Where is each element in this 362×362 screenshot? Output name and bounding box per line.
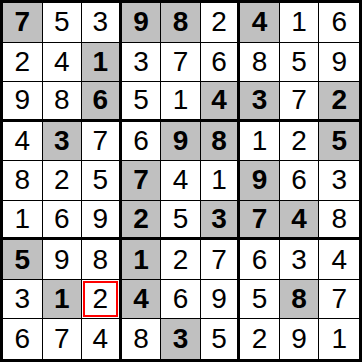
cell-r3c7[interactable]: 3 (240, 82, 280, 122)
cell-r6c1[interactable]: 1 (3, 201, 43, 241)
cell-r1c4[interactable]: 9 (122, 3, 162, 43)
cell-r5c5[interactable]: 4 (161, 161, 201, 201)
cell-r7c6[interactable]: 7 (201, 240, 241, 280)
cell-r9c8[interactable]: 9 (280, 319, 320, 359)
cell-r8c2[interactable]: 1 (43, 280, 83, 320)
cell-r3c5[interactable]: 1 (161, 82, 201, 122)
cell-r4c5[interactable]: 9 (161, 122, 201, 162)
cell-r7c7[interactable]: 6 (240, 240, 280, 280)
cell-r6c2[interactable]: 6 (43, 201, 83, 241)
cell-r8c1[interactable]: 3 (3, 280, 43, 320)
cell-r1c2[interactable]: 5 (43, 3, 83, 43)
cell-r8c5[interactable]: 6 (161, 280, 201, 320)
cell-r9c1[interactable]: 6 (3, 319, 43, 359)
cell-r4c1[interactable]: 4 (3, 122, 43, 162)
cell-r6c5[interactable]: 5 (161, 201, 201, 241)
cell-r2c4[interactable]: 3 (122, 43, 162, 83)
cell-r6c9[interactable]: 8 (319, 201, 359, 241)
cell-r1c3[interactable]: 3 (82, 3, 122, 43)
cell-r3c1[interactable]: 9 (3, 82, 43, 122)
cell-r7c9[interactable]: 4 (319, 240, 359, 280)
cell-r5c4[interactable]: 7 (122, 161, 162, 201)
cell-r3c3[interactable]: 6 (82, 82, 122, 122)
cell-r2c5[interactable]: 7 (161, 43, 201, 83)
cell-r2c1[interactable]: 2 (3, 43, 43, 83)
cell-r9c6[interactable]: 5 (201, 319, 241, 359)
cell-r6c6[interactable]: 3 (201, 201, 241, 241)
cell-r4c4[interactable]: 6 (122, 122, 162, 162)
cell-r2c6[interactable]: 6 (201, 43, 241, 83)
cell-r9c9[interactable]: 1 (319, 319, 359, 359)
cell-r4c3[interactable]: 7 (82, 122, 122, 162)
cell-r9c5[interactable]: 3 (161, 319, 201, 359)
cell-r2c3[interactable]: 1 (82, 43, 122, 83)
cell-r3c9[interactable]: 2 (319, 82, 359, 122)
cell-r2c8[interactable]: 5 (280, 43, 320, 83)
cell-r7c4[interactable]: 1 (122, 240, 162, 280)
cell-r1c5[interactable]: 8 (161, 3, 201, 43)
cell-r6c4[interactable]: 2 (122, 201, 162, 241)
cell-r8c8[interactable]: 8 (280, 280, 320, 320)
cell-r8c9[interactable]: 7 (319, 280, 359, 320)
cell-r8c7[interactable]: 5 (240, 280, 280, 320)
cell-r5c9[interactable]: 3 (319, 161, 359, 201)
cell-r1c1[interactable]: 7 (3, 3, 43, 43)
cell-r1c8[interactable]: 1 (280, 3, 320, 43)
cell-r6c8[interactable]: 4 (280, 201, 320, 241)
cell-r4c2[interactable]: 3 (43, 122, 83, 162)
cell-r8c6[interactable]: 9 (201, 280, 241, 320)
cell-r1c7[interactable]: 4 (240, 3, 280, 43)
cell-r8c4[interactable]: 4 (122, 280, 162, 320)
cell-r9c4[interactable]: 8 (122, 319, 162, 359)
cell-r7c1[interactable]: 5 (3, 240, 43, 280)
cell-r9c2[interactable]: 7 (43, 319, 83, 359)
cell-r4c9[interactable]: 5 (319, 122, 359, 162)
cell-r5c6[interactable]: 1 (201, 161, 241, 201)
cell-r1c6[interactable]: 2 (201, 3, 241, 43)
cell-r1c9[interactable]: 6 (319, 3, 359, 43)
cell-r7c2[interactable]: 9 (43, 240, 83, 280)
cell-r9c7[interactable]: 2 (240, 319, 280, 359)
cell-r3c8[interactable]: 7 (280, 82, 320, 122)
cell-r9c3[interactable]: 4 (82, 319, 122, 359)
cell-r3c6[interactable]: 4 (201, 82, 241, 122)
cell-r7c5[interactable]: 2 (161, 240, 201, 280)
cell-r6c3[interactable]: 9 (82, 201, 122, 241)
cell-r4c6[interactable]: 8 (201, 122, 241, 162)
cell-r5c3[interactable]: 5 (82, 161, 122, 201)
cell-r4c7[interactable]: 1 (240, 122, 280, 162)
cell-r4c8[interactable]: 2 (280, 122, 320, 162)
cell-r8c3[interactable]: 2 (82, 280, 122, 320)
cell-r7c3[interactable]: 8 (82, 240, 122, 280)
cell-r5c7[interactable]: 9 (240, 161, 280, 201)
cell-r5c2[interactable]: 2 (43, 161, 83, 201)
cell-r2c7[interactable]: 8 (240, 43, 280, 83)
cell-r2c2[interactable]: 4 (43, 43, 83, 83)
sudoku-board: 7539824162413768599865143724376981258257… (0, 0, 362, 362)
cell-r5c8[interactable]: 6 (280, 161, 320, 201)
cell-r6c7[interactable]: 7 (240, 201, 280, 241)
cell-r3c4[interactable]: 5 (122, 82, 162, 122)
cell-r2c9[interactable]: 9 (319, 43, 359, 83)
cell-r3c2[interactable]: 8 (43, 82, 83, 122)
cell-r7c8[interactable]: 3 (280, 240, 320, 280)
cell-r5c1[interactable]: 8 (3, 161, 43, 201)
